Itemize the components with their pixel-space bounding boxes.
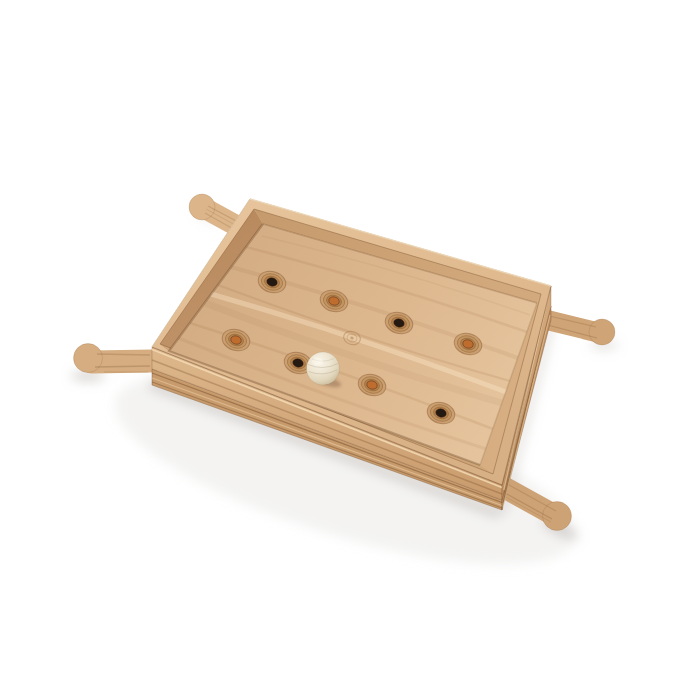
board-photo-svg xyxy=(0,0,700,700)
handle-right xyxy=(543,315,615,345)
screenshot-root xyxy=(0,0,700,700)
handle-top-left xyxy=(189,194,238,230)
handle-left xyxy=(74,344,153,373)
ball-highlight xyxy=(312,358,323,366)
